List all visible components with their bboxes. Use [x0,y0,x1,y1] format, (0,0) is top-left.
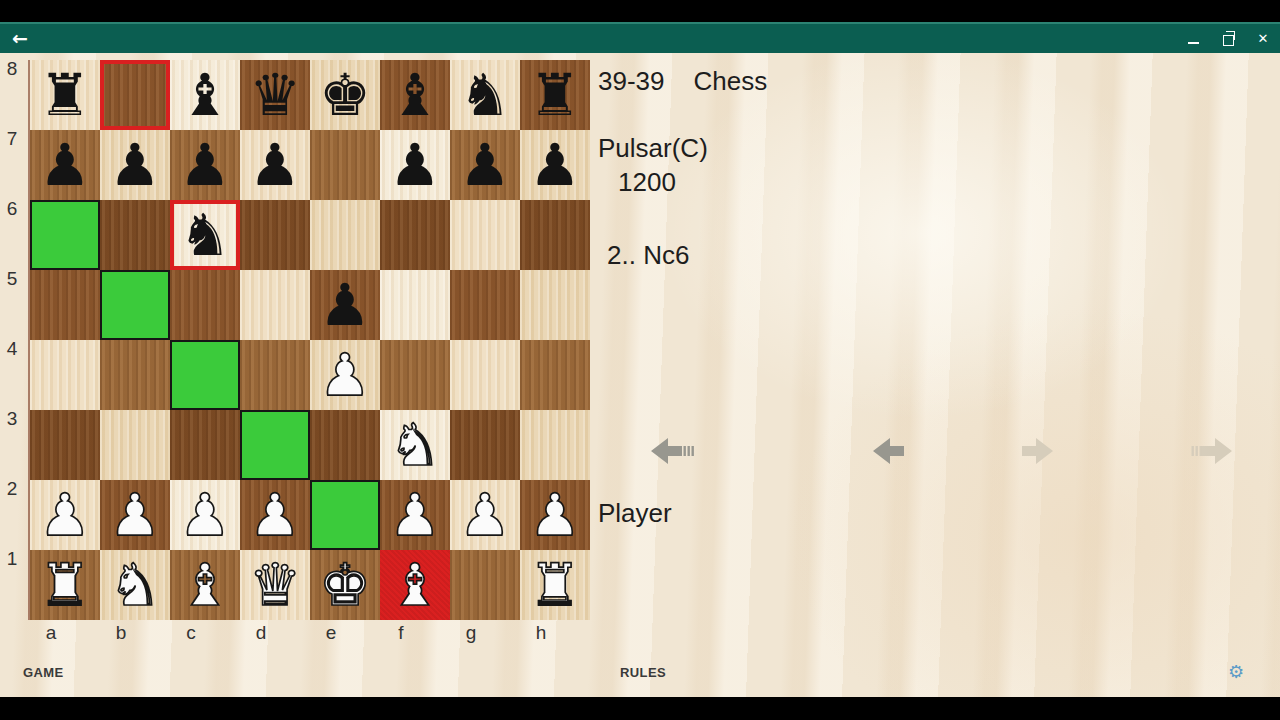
square-d1[interactable]: ♛ [240,550,310,620]
piece-white-pawn: ♟ [319,340,371,410]
piece-white-knight: ♞ [389,410,441,480]
square-e8[interactable]: ♚ [310,60,380,130]
legal-move-highlight [240,410,310,480]
rank-label-1: 1 [0,548,24,570]
app-window: ← ✕ ♜♝♛♚♝♞♜♟♟♟♟♟♟♟♞♟♟♞♟♟♟♟♟♟♟♜♞♝♛♚♝♜ 876… [0,0,1280,720]
opponent-name: Pulsar(C) [598,133,708,164]
close-icon: ✕ [1258,31,1269,46]
piece-black-pawn: ♟ [319,270,371,340]
settings-button[interactable]: ⚙ [1228,661,1244,682]
square-f4[interactable] [380,340,450,410]
piece-white-pawn: ♟ [529,480,581,550]
square-b7[interactable]: ♟ [100,130,170,200]
piece-black-bishop: ♝ [389,60,441,130]
square-a8[interactable]: ♜ [30,60,100,130]
piece-white-rook: ♜ [529,550,581,620]
square-e3[interactable] [310,410,380,480]
to-end-arrow-icon [1188,437,1232,465]
piece-black-king: ♚ [319,60,371,130]
square-g7[interactable]: ♟ [450,130,520,200]
square-f5[interactable] [380,270,450,340]
square-h5[interactable] [520,270,590,340]
rank-label-5: 5 [0,268,24,290]
square-b2[interactable]: ♟ [100,480,170,550]
legal-move-highlight [170,340,240,410]
square-c6[interactable]: ♞ [170,200,240,270]
square-b3[interactable] [100,410,170,480]
opponent-rating: 1200 [618,167,676,198]
square-e2[interactable] [310,480,380,550]
square-c1[interactable]: ♝ [170,550,240,620]
rank-label-7: 7 [0,128,24,150]
square-f3[interactable]: ♞ [380,410,450,480]
legal-move-highlight [30,200,100,270]
gear-icon: ⚙ [1228,661,1244,682]
file-label-b: b [86,622,156,644]
file-label-a: a [16,622,86,644]
square-a6[interactable] [30,200,100,270]
file-label-g: g [436,622,506,644]
current-move-text: 2.. Nc6 [607,240,689,271]
minimize-icon [1188,42,1199,44]
piece-white-pawn: ♟ [249,480,301,550]
square-g1[interactable] [450,550,520,620]
rank-label-2: 2 [0,478,24,500]
file-label-c: c [156,622,226,644]
square-h3[interactable] [520,410,590,480]
rank-label-3: 3 [0,408,24,430]
piece-black-knight: ♞ [459,60,511,130]
file-label-h: h [506,622,576,644]
piece-black-queen: ♛ [249,60,301,130]
square-g4[interactable] [450,340,520,410]
legal-move-highlight [310,480,380,550]
last-move-highlight [100,60,170,130]
square-a7[interactable]: ♟ [30,130,100,200]
square-d6[interactable] [240,200,310,270]
square-e7[interactable] [310,130,380,200]
piece-black-pawn: ♟ [529,130,581,200]
square-f6[interactable] [380,200,450,270]
rank-label-8: 8 [0,58,24,80]
square-c4[interactable] [170,340,240,410]
square-b4[interactable] [100,340,170,410]
square-a5[interactable] [30,270,100,340]
game-menu-button[interactable]: GAME [23,665,64,680]
square-b8[interactable] [100,60,170,130]
nav-to-end-button[interactable] [1188,437,1232,467]
back-arrow-icon [873,437,913,465]
square-c7[interactable]: ♟ [170,130,240,200]
piece-white-knight: ♞ [109,550,161,620]
piece-white-pawn: ♟ [109,480,161,550]
forward-arrow-icon [1013,437,1053,465]
square-g5[interactable] [450,270,520,340]
piece-black-pawn: ♟ [249,130,301,200]
file-label-e: e [296,622,366,644]
square-d2[interactable]: ♟ [240,480,310,550]
piece-white-pawn: ♟ [179,480,231,550]
app-title: Chess [694,66,768,97]
square-e4[interactable]: ♟ [310,340,380,410]
square-f8[interactable]: ♝ [380,60,450,130]
chess-board: ♜♝♛♚♝♞♜♟♟♟♟♟♟♟♞♟♟♞♟♟♟♟♟♟♟♜♞♝♛♚♝♜ [28,60,590,620]
piece-black-pawn: ♟ [39,130,91,200]
piece-black-rook: ♜ [39,60,91,130]
square-h2[interactable]: ♟ [520,480,590,550]
piece-white-bishop: ♝ [389,550,441,620]
square-b6[interactable] [100,200,170,270]
piece-white-bishop: ♝ [179,550,231,620]
restore-icon [1223,35,1234,46]
piece-white-rook: ♜ [39,550,91,620]
square-c2[interactable]: ♟ [170,480,240,550]
file-label-f: f [366,622,436,644]
to-start-arrow-icon [651,437,695,465]
main-content: ♜♝♛♚♝♞♜♟♟♟♟♟♟♟♞♟♟♞♟♟♟♟♟♟♟♜♞♝♛♚♝♜ 8765432… [0,53,1280,697]
bottom-letterbox [0,697,1280,720]
rank-label-6: 6 [0,198,24,220]
square-a4[interactable] [30,340,100,410]
rules-menu-button[interactable]: RULES [620,665,666,680]
nav-to-start-button[interactable] [651,437,695,467]
square-h8[interactable]: ♜ [520,60,590,130]
square-g8[interactable]: ♞ [450,60,520,130]
piece-black-rook: ♜ [529,60,581,130]
file-label-d: d [226,622,296,644]
piece-black-pawn: ♟ [179,130,231,200]
piece-black-pawn: ♟ [109,130,161,200]
square-d8[interactable]: ♛ [240,60,310,130]
square-h4[interactable] [520,340,590,410]
square-d4[interactable] [240,340,310,410]
score-line: 39-39 Chess [598,66,767,97]
piece-white-queen: ♛ [249,550,301,620]
piece-white-pawn: ♟ [389,480,441,550]
legal-move-highlight [100,270,170,340]
square-a2[interactable]: ♟ [30,480,100,550]
square-c8[interactable]: ♝ [170,60,240,130]
square-b5[interactable] [100,270,170,340]
window-controls: ✕ [1186,24,1274,53]
square-h6[interactable] [520,200,590,270]
piece-white-pawn: ♟ [39,480,91,550]
square-e6[interactable] [310,200,380,270]
nav-forward-button[interactable] [1013,437,1053,467]
piece-black-bishop: ♝ [179,60,231,130]
square-f1[interactable]: ♝ [380,550,450,620]
minimize-button[interactable] [1186,31,1200,47]
square-e5[interactable]: ♟ [310,270,380,340]
piece-black-pawn: ♟ [389,130,441,200]
square-a3[interactable] [30,410,100,480]
square-e1[interactable]: ♚ [310,550,380,620]
nav-back-button[interactable] [873,437,913,467]
square-c5[interactable] [170,270,240,340]
score-text: 39-39 [598,66,665,97]
square-h7[interactable]: ♟ [520,130,590,200]
close-button[interactable]: ✕ [1256,31,1270,47]
restore-button[interactable] [1221,31,1235,47]
title-bar: ← ✕ [0,22,1280,53]
rank-label-4: 4 [0,338,24,360]
square-f2[interactable]: ♟ [380,480,450,550]
player-name: Player [598,498,672,529]
square-f7[interactable]: ♟ [380,130,450,200]
piece-black-pawn: ♟ [459,130,511,200]
square-b1[interactable]: ♞ [100,550,170,620]
square-c3[interactable] [170,410,240,480]
piece-white-king: ♚ [319,550,371,620]
square-a1[interactable]: ♜ [30,550,100,620]
back-icon[interactable]: ← [12,29,28,48]
square-g2[interactable]: ♟ [450,480,520,550]
square-d5[interactable] [240,270,310,340]
square-d3[interactable] [240,410,310,480]
piece-white-pawn: ♟ [459,480,511,550]
square-h1[interactable]: ♜ [520,550,590,620]
square-g3[interactable] [450,410,520,480]
square-g6[interactable] [450,200,520,270]
square-d7[interactable]: ♟ [240,130,310,200]
piece-black-knight: ♞ [179,200,231,270]
